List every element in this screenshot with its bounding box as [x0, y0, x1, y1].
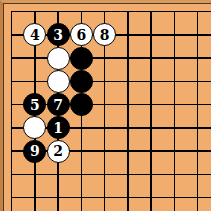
stone-black-cb-move-3: 3	[47, 23, 70, 46]
move-number-label: 6	[76, 28, 86, 42]
grid-line-horizontal-8	[11, 174, 211, 176]
grid-line-horizontal-3	[11, 57, 211, 59]
grid-line-horizontal-4	[11, 81, 211, 83]
move-number-label: 9	[30, 144, 40, 158]
stone-black-ce-move-7: 7	[47, 93, 70, 116]
stone-white-bb-move-4: 4	[23, 23, 46, 46]
stone-black-bg-move-9: 9	[23, 140, 46, 163]
move-number-label: 7	[53, 98, 63, 112]
move-number-label: 3	[53, 28, 63, 42]
stone-black-dd	[70, 70, 93, 93]
stone-white-bf	[23, 116, 46, 139]
stone-white-db-move-6: 6	[70, 23, 93, 46]
grid-line-vertical-6	[127, 11, 129, 211]
stone-black-cf-move-1: 1	[47, 116, 70, 139]
go-board: 436857192	[3, 3, 211, 211]
move-number-label: 4	[30, 28, 40, 42]
stone-black-be-move-5: 5	[23, 93, 46, 116]
stone-black-dc	[70, 47, 93, 70]
grid-line-vertical-8	[174, 11, 176, 211]
move-number-label: 5	[30, 98, 40, 112]
grid-line-vertical-1	[11, 11, 13, 211]
stone-white-cd	[47, 70, 70, 93]
go-diagram: 436857192	[0, 0, 211, 211]
grid-line-vertical-9	[197, 11, 199, 211]
grid-line-horizontal-9	[11, 197, 211, 199]
stone-white-cg-move-2: 2	[47, 140, 70, 163]
stone-black-de	[70, 93, 93, 116]
move-number-label: 8	[100, 28, 110, 42]
grid-line-horizontal-1	[11, 11, 211, 13]
move-number-label: 2	[53, 144, 63, 158]
stone-white-cc	[47, 47, 70, 70]
stone-white-eb-move-8: 8	[93, 23, 116, 46]
grid-line-vertical-7	[150, 11, 152, 211]
move-number-label: 1	[53, 121, 63, 135]
